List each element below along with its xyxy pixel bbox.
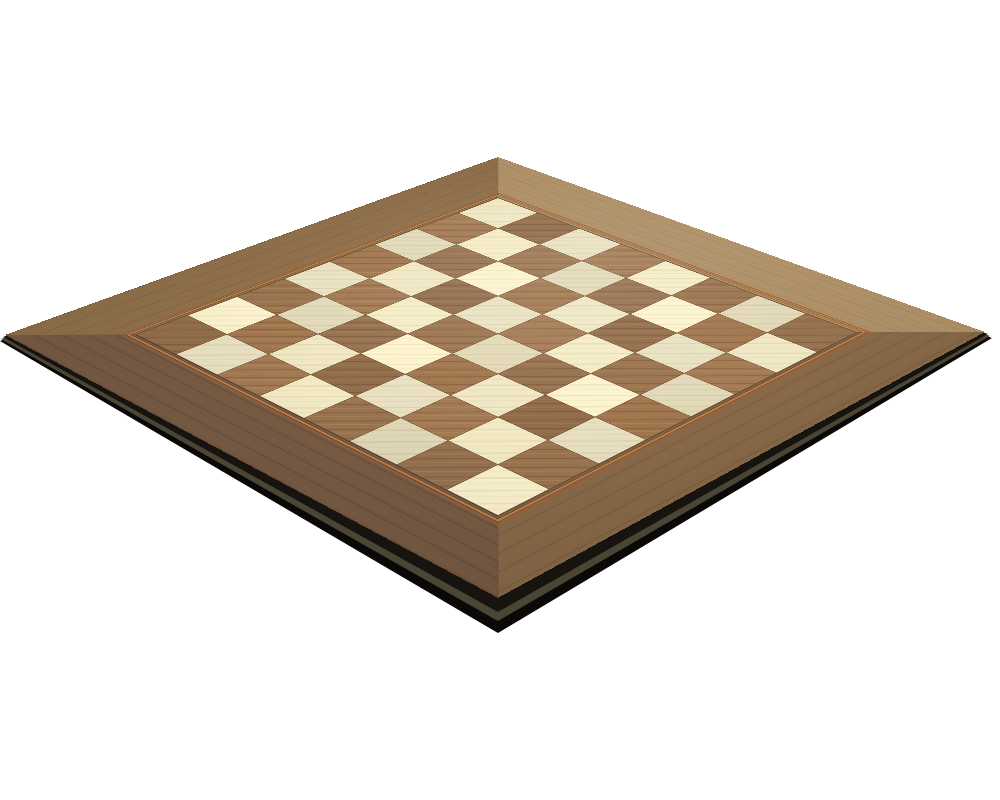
chessboard-scene — [0, 0, 1000, 800]
chessboard — [5, 157, 985, 598]
